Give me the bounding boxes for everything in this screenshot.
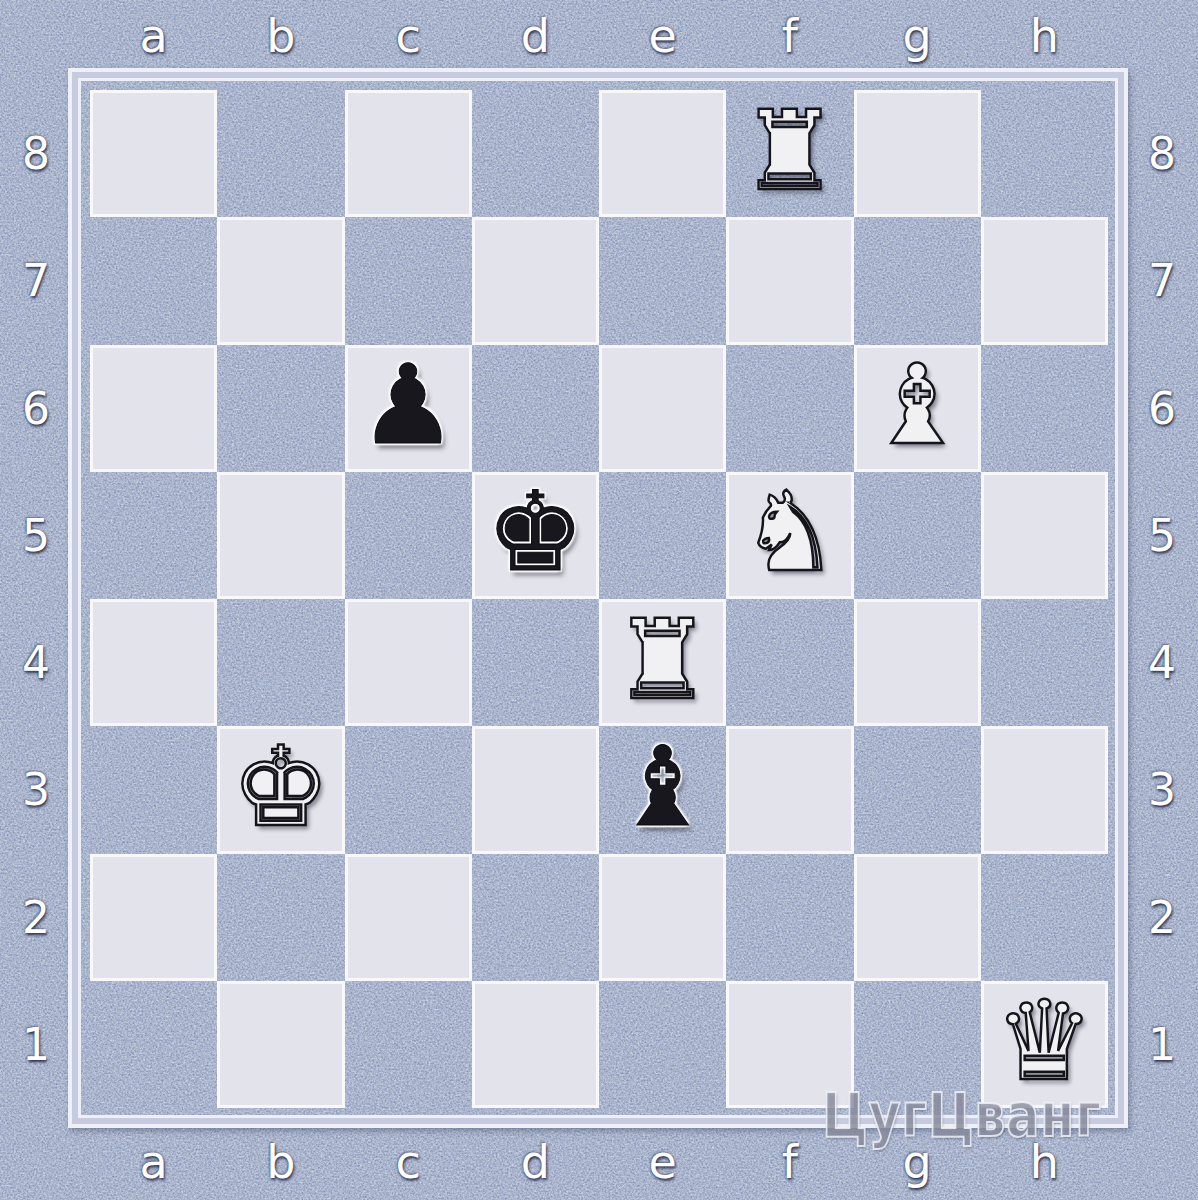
file-label-top-c: c: [345, 8, 472, 64]
file-label-top-a: a: [90, 8, 217, 64]
square-g4[interactable]: [854, 599, 981, 726]
rank-label-left-2: 2: [8, 854, 64, 981]
piece-black-bishop-e3[interactable]: ♝: [613, 732, 712, 842]
square-a8[interactable]: [90, 90, 217, 217]
square-c4[interactable]: [345, 599, 472, 726]
board-grid: ♜♟♝♚♞♜♚♝♛: [90, 90, 1108, 1108]
square-h6[interactable]: [981, 345, 1108, 472]
square-d7[interactable]: [472, 217, 599, 344]
square-b8[interactable]: [217, 90, 344, 217]
square-e5[interactable]: [599, 472, 726, 599]
rank-label-left-8: 8: [8, 90, 64, 217]
square-a3[interactable]: [90, 726, 217, 853]
square-a1[interactable]: [90, 981, 217, 1108]
square-g3[interactable]: [854, 726, 981, 853]
square-f7[interactable]: [726, 217, 853, 344]
square-e2[interactable]: [599, 854, 726, 981]
piece-black-king-d5[interactable]: ♚: [486, 477, 585, 587]
rank-label-left-5: 5: [8, 472, 64, 599]
file-label-top-g: g: [854, 8, 981, 64]
square-d1[interactable]: [472, 981, 599, 1108]
piece-black-pawn-c6[interactable]: ♟: [359, 350, 458, 460]
watermark-text: ЦугЦванг: [822, 1080, 1102, 1150]
square-b4[interactable]: [217, 599, 344, 726]
piece-white-rook-f8[interactable]: ♜: [741, 96, 840, 206]
square-h3[interactable]: [981, 726, 1108, 853]
rank-label-right-3: 3: [1134, 726, 1190, 853]
square-d4[interactable]: [472, 599, 599, 726]
piece-white-rook-e4[interactable]: ♜: [613, 605, 712, 715]
square-h2[interactable]: [981, 854, 1108, 981]
rank-labels-right: 87654321: [1134, 90, 1190, 1108]
rank-label-left-4: 4: [8, 599, 64, 726]
file-label-bottom-c: c: [345, 1134, 472, 1190]
file-label-top-b: b: [217, 8, 344, 64]
rank-label-left-3: 3: [8, 726, 64, 853]
file-label-bottom-e: e: [599, 1134, 726, 1190]
square-e4[interactable]: ♜: [599, 599, 726, 726]
square-e7[interactable]: [599, 217, 726, 344]
file-label-top-f: f: [726, 8, 853, 64]
square-g7[interactable]: [854, 217, 981, 344]
square-g2[interactable]: [854, 854, 981, 981]
piece-white-king-b3[interactable]: ♚: [232, 732, 331, 842]
square-c3[interactable]: [345, 726, 472, 853]
square-c5[interactable]: [345, 472, 472, 599]
square-h5[interactable]: [981, 472, 1108, 599]
square-a7[interactable]: [90, 217, 217, 344]
square-c8[interactable]: [345, 90, 472, 217]
square-d2[interactable]: [472, 854, 599, 981]
piece-white-knight-f5[interactable]: ♞: [741, 477, 840, 587]
rank-label-left-7: 7: [8, 217, 64, 344]
square-f5[interactable]: ♞: [726, 472, 853, 599]
file-label-top-d: d: [472, 8, 599, 64]
square-d6[interactable]: [472, 345, 599, 472]
rank-label-right-2: 2: [1134, 854, 1190, 981]
square-c2[interactable]: [345, 854, 472, 981]
file-label-top-e: e: [599, 8, 726, 64]
square-h7[interactable]: [981, 217, 1108, 344]
square-b2[interactable]: [217, 854, 344, 981]
rank-label-right-6: 6: [1134, 345, 1190, 472]
square-g8[interactable]: [854, 90, 981, 217]
square-a4[interactable]: [90, 599, 217, 726]
square-h4[interactable]: [981, 599, 1108, 726]
file-label-top-h: h: [981, 8, 1108, 64]
square-b6[interactable]: [217, 345, 344, 472]
piece-white-bishop-g6[interactable]: ♝: [868, 350, 967, 460]
rank-label-right-7: 7: [1134, 217, 1190, 344]
square-h8[interactable]: [981, 90, 1108, 217]
rank-label-right-1: 1: [1134, 981, 1190, 1108]
chess-diagram: abcdefgh abcdefgh 87654321 87654321 ♜♟♝♚…: [0, 0, 1198, 1200]
square-a2[interactable]: [90, 854, 217, 981]
square-g5[interactable]: [854, 472, 981, 599]
file-label-bottom-d: d: [472, 1134, 599, 1190]
square-e1[interactable]: [599, 981, 726, 1108]
file-labels-top: abcdefgh: [90, 8, 1108, 64]
rank-label-right-4: 4: [1134, 599, 1190, 726]
square-e6[interactable]: [599, 345, 726, 472]
rank-label-left-6: 6: [8, 345, 64, 472]
square-f4[interactable]: [726, 599, 853, 726]
square-b7[interactable]: [217, 217, 344, 344]
square-c7[interactable]: [345, 217, 472, 344]
square-d8[interactable]: [472, 90, 599, 217]
square-a6[interactable]: [90, 345, 217, 472]
square-c6[interactable]: ♟: [345, 345, 472, 472]
square-g6[interactable]: ♝: [854, 345, 981, 472]
rank-label-right-8: 8: [1134, 90, 1190, 217]
square-b1[interactable]: [217, 981, 344, 1108]
square-f6[interactable]: [726, 345, 853, 472]
square-d3[interactable]: [472, 726, 599, 853]
square-c1[interactable]: [345, 981, 472, 1108]
square-f8[interactable]: ♜: [726, 90, 853, 217]
square-d5[interactable]: ♚: [472, 472, 599, 599]
file-label-bottom-b: b: [217, 1134, 344, 1190]
square-e8[interactable]: [599, 90, 726, 217]
rank-label-right-5: 5: [1134, 472, 1190, 599]
square-a5[interactable]: [90, 472, 217, 599]
square-f2[interactable]: [726, 854, 853, 981]
rank-label-left-1: 1: [8, 981, 64, 1108]
square-b3[interactable]: ♚: [217, 726, 344, 853]
rank-labels-left: 87654321: [8, 90, 64, 1108]
file-label-bottom-a: a: [90, 1134, 217, 1190]
square-f3[interactable]: [726, 726, 853, 853]
square-b5[interactable]: [217, 472, 344, 599]
square-e3[interactable]: ♝: [599, 726, 726, 853]
